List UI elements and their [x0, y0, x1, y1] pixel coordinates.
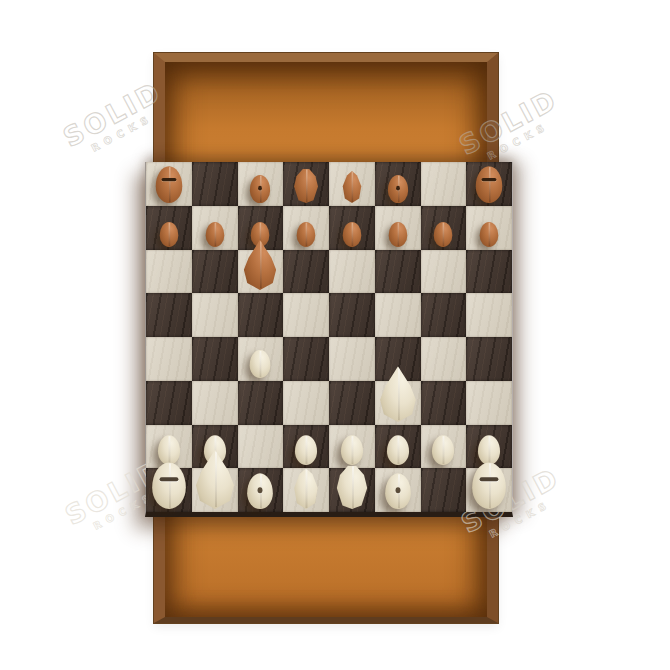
white-queen-d1	[293, 468, 320, 509]
white-bishop-c1	[248, 473, 274, 509]
square-a4	[146, 337, 192, 381]
square-e7	[329, 206, 375, 250]
white-pawn-h2	[478, 435, 500, 465]
chess-board	[145, 162, 513, 517]
square-g1	[421, 468, 467, 512]
black-rook-a8	[156, 166, 183, 203]
square-f6	[375, 250, 421, 294]
square-e1	[329, 468, 375, 512]
square-d6	[283, 250, 329, 294]
square-f2	[375, 425, 421, 469]
square-h1	[466, 468, 512, 512]
square-d3	[283, 381, 329, 425]
square-a8	[146, 162, 192, 206]
black-pawn-g7	[434, 221, 453, 246]
white-king-e1	[336, 465, 368, 509]
square-g7	[421, 206, 467, 250]
white-pawn-d2	[295, 435, 317, 465]
square-b7	[192, 206, 238, 250]
square-g4	[421, 337, 467, 381]
white-pawn-f2	[387, 435, 409, 465]
black-pawn-h7	[480, 221, 499, 246]
white-pawn-e2	[341, 435, 363, 465]
square-d8	[283, 162, 329, 206]
square-f7	[375, 206, 421, 250]
white-pawn-a2	[158, 435, 180, 465]
black-queen-e8	[341, 171, 362, 203]
square-h8	[466, 162, 512, 206]
square-g5	[421, 293, 467, 337]
square-f5	[375, 293, 421, 337]
square-b1	[192, 468, 238, 512]
square-e8	[329, 162, 375, 206]
square-g3	[421, 381, 467, 425]
square-a6	[146, 250, 192, 294]
black-pawn-a7	[160, 221, 179, 246]
square-d2	[283, 425, 329, 469]
square-h6	[466, 250, 512, 294]
square-g6	[421, 250, 467, 294]
square-d4	[283, 337, 329, 381]
square-a5	[146, 293, 192, 337]
square-g2	[421, 425, 467, 469]
square-a1	[146, 468, 192, 512]
square-d5	[283, 293, 329, 337]
white-bishop-f1	[385, 473, 411, 509]
square-f1	[375, 468, 421, 512]
square-e3	[329, 381, 375, 425]
white-rook-a1	[152, 462, 186, 509]
square-h7	[466, 206, 512, 250]
black-pawn-f7	[388, 221, 407, 246]
square-c4	[238, 337, 284, 381]
watermark-text: SOLID	[59, 77, 166, 151]
square-c2	[238, 425, 284, 469]
white-rook-h1	[472, 462, 506, 509]
square-a3	[146, 381, 192, 425]
square-b5	[192, 293, 238, 337]
square-c6	[238, 250, 284, 294]
square-f3	[375, 381, 421, 425]
white-pawn-c4	[250, 350, 271, 378]
black-bishop-c8	[250, 175, 270, 203]
square-c3	[238, 381, 284, 425]
square-h5	[466, 293, 512, 337]
square-f8	[375, 162, 421, 206]
product-render-scene: SOLID ROCKS SOLID ROCKS SOLID ROCKS SOLI…	[0, 0, 670, 670]
black-pawn-b7	[205, 221, 224, 246]
square-b8	[192, 162, 238, 206]
black-king-d8	[294, 168, 319, 202]
square-a7	[146, 206, 192, 250]
square-e2	[329, 425, 375, 469]
square-h4	[466, 337, 512, 381]
square-c8	[238, 162, 284, 206]
square-c1	[238, 468, 284, 512]
square-e6	[329, 250, 375, 294]
square-g8	[421, 162, 467, 206]
square-c5	[238, 293, 284, 337]
square-e5	[329, 293, 375, 337]
square-b3	[192, 381, 238, 425]
square-b4	[192, 337, 238, 381]
white-pawn-g2	[432, 435, 454, 465]
black-bishop-f8	[387, 175, 407, 203]
black-rook-h8	[476, 166, 503, 203]
black-pawn-e7	[343, 221, 362, 246]
square-b6	[192, 250, 238, 294]
square-h3	[466, 381, 512, 425]
black-pawn-d7	[297, 221, 316, 246]
square-e4	[329, 337, 375, 381]
square-d1	[283, 468, 329, 512]
square-d7	[283, 206, 329, 250]
